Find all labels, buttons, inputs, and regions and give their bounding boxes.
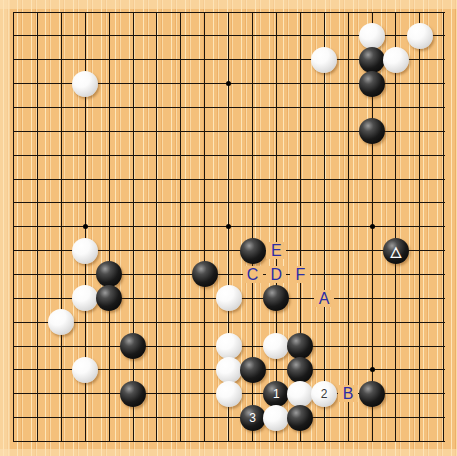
label-D-M8[interactable]: D — [266, 266, 286, 283]
move-number-1-M3: 1 — [269, 387, 283, 401]
go-board[interactable]: ABCDEF123△ — [0, 0, 457, 456]
move-number-3-L2: 3 — [246, 411, 260, 425]
stone-black-F5 — [120, 333, 146, 359]
star-point — [370, 367, 375, 372]
stone-white-K4 — [216, 357, 242, 383]
stone-black-J8 — [192, 261, 218, 287]
stone-black-M7 — [263, 285, 289, 311]
star-point — [370, 224, 375, 229]
grid-line-horizontal — [14, 322, 445, 323]
grid-line-vertical — [204, 12, 205, 442]
grid-line-vertical — [324, 12, 325, 442]
grid-line-horizontal — [14, 274, 445, 275]
star-point — [226, 81, 231, 86]
move-number-2-O3: 2 — [317, 387, 331, 401]
grid-line-vertical — [61, 12, 62, 442]
stone-black-N5 — [287, 333, 313, 359]
grid-line-vertical — [443, 12, 444, 442]
label-A-O7[interactable]: A — [314, 290, 334, 307]
grid-line-vertical — [133, 12, 134, 442]
stone-black-Q14 — [359, 118, 385, 144]
grid-line-vertical — [276, 12, 277, 442]
stone-black-F3 — [120, 381, 146, 407]
stone-white-M2 — [263, 405, 289, 431]
stone-white-D9 — [72, 238, 98, 264]
label-F-N8[interactable]: F — [290, 266, 310, 283]
stone-white-Q18 — [359, 23, 385, 49]
stone-white-D7 — [72, 285, 98, 311]
label-E-M9[interactable]: E — [266, 242, 286, 259]
star-point — [226, 224, 231, 229]
triangle-mark-R9: △ — [388, 243, 404, 259]
grid-line-horizontal — [14, 107, 445, 108]
label-C-L8[interactable]: C — [243, 266, 263, 283]
stone-black-L4 — [240, 357, 266, 383]
grid-line-vertical — [348, 12, 349, 442]
grid-line-vertical — [395, 12, 396, 442]
stone-white-D4 — [72, 357, 98, 383]
grid-line-horizontal — [14, 12, 445, 13]
stone-white-O17 — [311, 47, 337, 73]
stone-black-L9 — [240, 238, 266, 264]
grid-line-vertical — [37, 12, 38, 442]
grid-line-vertical — [419, 12, 420, 442]
stone-white-R17 — [383, 47, 409, 73]
grid-line-vertical — [109, 12, 110, 442]
star-point — [83, 224, 88, 229]
stone-white-K5 — [216, 333, 242, 359]
stone-white-M5 — [263, 333, 289, 359]
label-B-P3[interactable]: B — [338, 385, 358, 402]
stone-white-S18 — [407, 23, 433, 49]
stone-black-N4 — [287, 357, 313, 383]
stone-black-Q16 — [359, 71, 385, 97]
board-edge-top — [0, 0, 457, 9]
stone-white-N3 — [287, 381, 313, 407]
stone-black-E7 — [96, 285, 122, 311]
stone-black-E8 — [96, 261, 122, 287]
stone-white-C6 — [48, 309, 74, 335]
stone-white-D16 — [72, 71, 98, 97]
board-edge-left — [0, 0, 10, 456]
grid-line-vertical — [180, 12, 181, 442]
stone-black-N2 — [287, 405, 313, 431]
grid-line-vertical — [13, 12, 14, 442]
grid-line-horizontal — [14, 155, 445, 156]
stone-white-K3 — [216, 381, 242, 407]
grid-line-horizontal — [14, 202, 445, 203]
stone-white-K7 — [216, 285, 242, 311]
stone-black-Q17 — [359, 47, 385, 73]
grid-line-vertical — [156, 12, 157, 442]
board-edge-bottom — [0, 449, 457, 456]
grid-line-horizontal — [14, 441, 445, 442]
stone-black-Q3 — [359, 381, 385, 407]
grid-line-horizontal — [14, 179, 445, 180]
grid-line-horizontal — [14, 417, 445, 418]
